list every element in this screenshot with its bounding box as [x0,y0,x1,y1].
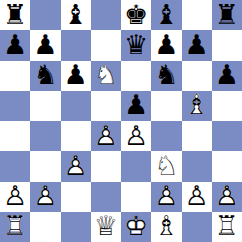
piece-white-knight-d6[interactable]: ♞♘ [91,61,121,91]
square-d6[interactable]: ♞♘ [91,61,121,91]
piece-white-pawn-g2[interactable]: ♟♙ [182,182,212,212]
square-g2[interactable]: ♟♙ [182,182,212,212]
piece-white-knight-f3[interactable]: ♞♘ [151,151,181,181]
piece-white-pawn-c3[interactable]: ♟♙ [61,151,91,181]
chess-board: ♜♝♚♝♜♟♟♛♟♟♞♟♞♘♞♟♟♝♗♟♙♟♙♟♙♞♘♟♙♟♙♟♙♟♙♟♙♜♖♛… [0,0,242,242]
piece-white-pawn-h2[interactable]: ♟♙ [212,182,242,212]
black-bishop-icon: ♝ [61,0,91,30]
piece-black-pawn-g7[interactable]: ♟ [182,30,212,60]
square-f7[interactable]: ♟ [151,30,181,60]
piece-white-rook-a1[interactable]: ♜♖ [0,212,30,242]
square-f8[interactable]: ♝ [151,0,181,30]
square-e4[interactable]: ♟♙ [121,121,151,151]
square-b7[interactable]: ♟ [30,30,60,60]
square-d5[interactable] [91,91,121,121]
square-c5[interactable] [61,91,91,121]
piece-white-pawn-f2[interactable]: ♟♙ [151,182,181,212]
square-a8[interactable]: ♜ [0,0,30,30]
white-pawn-icon: ♙ [0,182,30,212]
piece-white-rook-h1[interactable]: ♜♖ [212,212,242,242]
piece-white-bishop-f1[interactable]: ♝♗ [151,212,181,242]
white-knight-icon: ♘ [91,61,121,91]
square-h7[interactable] [212,30,242,60]
square-h4[interactable] [212,121,242,151]
piece-white-bishop-g5[interactable]: ♝♗ [182,91,212,121]
square-f6[interactable]: ♞ [151,61,181,91]
piece-white-pawn-e4[interactable]: ♟♙ [121,121,151,151]
piece-black-pawn-c6[interactable]: ♟ [61,61,91,91]
white-king-icon: ♔ [121,212,151,242]
black-pawn-icon: ♟ [182,30,212,60]
black-queen-icon: ♛ [121,30,151,60]
white-rook-icon: ♖ [0,212,30,242]
black-bishop-icon: ♝ [151,0,181,30]
square-g4[interactable] [182,121,212,151]
black-pawn-icon: ♟ [30,30,60,60]
white-knight-icon: ♘ [151,151,181,181]
piece-white-pawn-d4[interactable]: ♟♙ [91,121,121,151]
black-pawn-icon: ♟ [61,61,91,91]
square-g5[interactable]: ♝♗ [182,91,212,121]
black-rook-icon: ♜ [212,0,242,30]
piece-black-pawn-f7[interactable]: ♟ [151,30,181,60]
square-h8[interactable]: ♜ [212,0,242,30]
square-c3[interactable]: ♟♙ [61,151,91,181]
square-h2[interactable]: ♟♙ [212,182,242,212]
white-pawn-icon: ♙ [91,121,121,151]
square-f3[interactable]: ♞♘ [151,151,181,181]
piece-white-pawn-b2[interactable]: ♟♙ [30,182,60,212]
white-pawn-icon: ♙ [151,182,181,212]
square-d3[interactable] [91,151,121,181]
square-f5[interactable] [151,91,181,121]
white-pawn-icon: ♙ [61,151,91,181]
piece-black-pawn-e5[interactable]: ♟ [121,91,151,121]
square-g1[interactable] [182,212,212,242]
square-e8[interactable]: ♚ [121,0,151,30]
square-e3[interactable] [121,151,151,181]
piece-black-pawn-h6[interactable]: ♟ [212,61,242,91]
black-pawn-icon: ♟ [0,30,30,60]
black-knight-icon: ♞ [151,61,181,91]
black-king-icon: ♚ [121,0,151,30]
piece-black-rook-a8[interactable]: ♜ [0,0,30,30]
square-c2[interactable] [61,182,91,212]
square-h3[interactable] [212,151,242,181]
square-b2[interactable]: ♟♙ [30,182,60,212]
square-b6[interactable]: ♞ [30,61,60,91]
black-rook-icon: ♜ [0,0,30,30]
square-e5[interactable]: ♟ [121,91,151,121]
white-rook-icon: ♖ [212,212,242,242]
piece-black-bishop-f8[interactable]: ♝ [151,0,181,30]
square-g8[interactable] [182,0,212,30]
piece-white-queen-d1[interactable]: ♛♕ [91,212,121,242]
piece-black-queen-e7[interactable]: ♛ [121,30,151,60]
square-c7[interactable] [61,30,91,60]
white-queen-icon: ♕ [91,212,121,242]
black-pawn-icon: ♟ [151,30,181,60]
white-pawn-icon: ♙ [212,182,242,212]
piece-black-pawn-a7[interactable]: ♟ [0,30,30,60]
piece-black-knight-b6[interactable]: ♞ [30,61,60,91]
square-b4[interactable] [30,121,60,151]
black-pawn-icon: ♟ [212,61,242,91]
square-c8[interactable]: ♝ [61,0,91,30]
piece-black-knight-f6[interactable]: ♞ [151,61,181,91]
square-d2[interactable] [91,182,121,212]
piece-white-king-e1[interactable]: ♚♔ [121,212,151,242]
square-e1[interactable]: ♚♔ [121,212,151,242]
white-pawn-icon: ♙ [30,182,60,212]
white-bishop-icon: ♗ [151,212,181,242]
square-g3[interactable] [182,151,212,181]
piece-black-pawn-b7[interactable]: ♟ [30,30,60,60]
square-c6[interactable]: ♟ [61,61,91,91]
square-d4[interactable]: ♟♙ [91,121,121,151]
square-f1[interactable]: ♝♗ [151,212,181,242]
square-d8[interactable] [91,0,121,30]
square-b1[interactable] [30,212,60,242]
piece-black-rook-h8[interactable]: ♜ [212,0,242,30]
square-a7[interactable]: ♟ [0,30,30,60]
square-h1[interactable]: ♜♖ [212,212,242,242]
piece-black-king-e8[interactable]: ♚ [121,0,151,30]
square-b3[interactable] [30,151,60,181]
white-pawn-icon: ♙ [182,182,212,212]
square-a3[interactable] [0,151,30,181]
square-f2[interactable]: ♟♙ [151,182,181,212]
square-d1[interactable]: ♛♕ [91,212,121,242]
piece-white-pawn-a2[interactable]: ♟♙ [0,182,30,212]
square-a6[interactable] [0,61,30,91]
square-h6[interactable]: ♟ [212,61,242,91]
white-bishop-icon: ♗ [182,91,212,121]
white-pawn-icon: ♙ [121,121,151,151]
square-b8[interactable] [30,0,60,30]
square-a1[interactable]: ♜♖ [0,212,30,242]
square-c1[interactable] [61,212,91,242]
square-e2[interactable] [121,182,151,212]
square-d7[interactable] [91,30,121,60]
black-knight-icon: ♞ [30,61,60,91]
black-pawn-icon: ♟ [121,91,151,121]
square-b5[interactable] [30,91,60,121]
square-a2[interactable]: ♟♙ [0,182,30,212]
square-a4[interactable] [0,121,30,151]
square-a5[interactable] [0,91,30,121]
square-g6[interactable] [182,61,212,91]
square-e6[interactable] [121,61,151,91]
square-g7[interactable]: ♟ [182,30,212,60]
square-e7[interactable]: ♛ [121,30,151,60]
square-f4[interactable] [151,121,181,151]
square-c4[interactable] [61,121,91,151]
piece-black-bishop-c8[interactable]: ♝ [61,0,91,30]
square-h5[interactable] [212,91,242,121]
